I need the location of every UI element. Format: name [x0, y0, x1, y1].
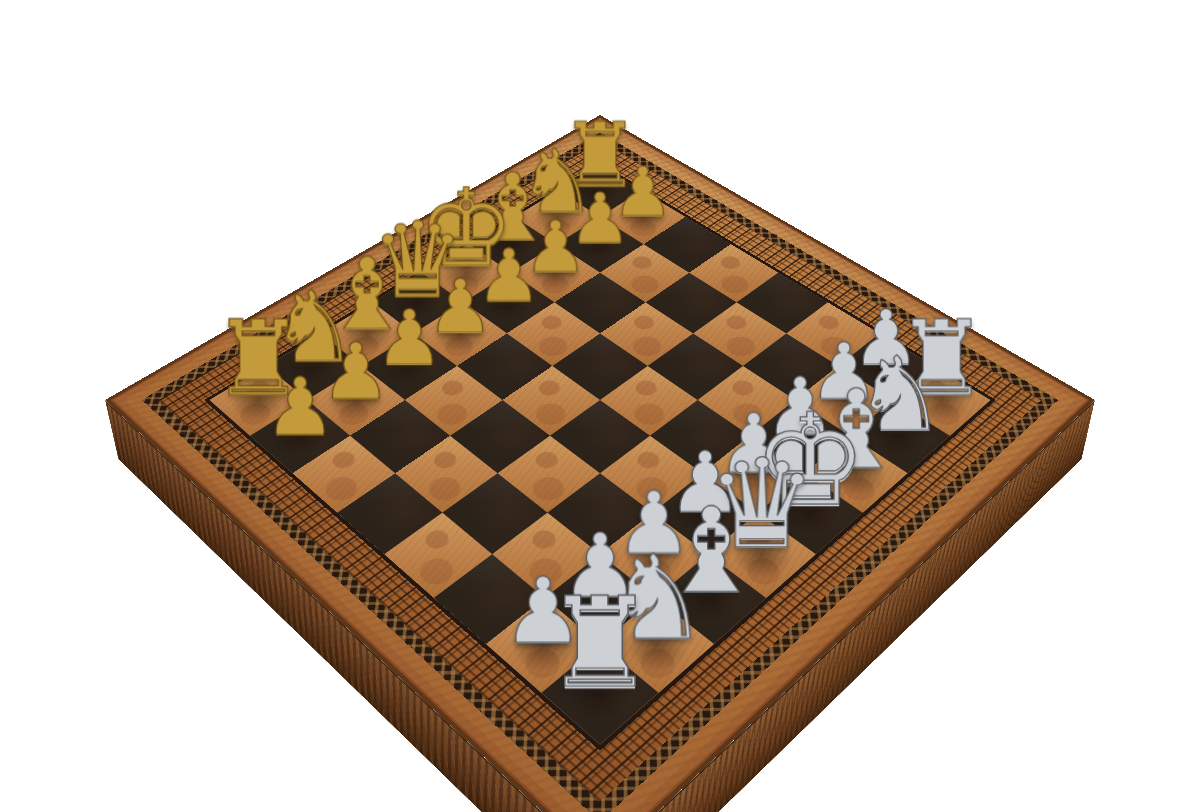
board-leather-rim: ♜♞♝♚♛♝♞♜♟♟♟♟♟♟♟♟♟♟♟♟♟♟♟♟♜♞♝♚♛♝♞♜: [105, 115, 1095, 812]
piece-shadow: [903, 373, 979, 428]
product-photo-scene: ♜♞♝♚♛♝♞♜♟♟♟♟♟♟♟♟♟♟♟♟♟♟♟♟♜♞♝♚♛♝♞♜: [0, 0, 1200, 812]
board-pinstripe-frame: ♜♞♝♚♛♝♞♜♟♟♟♟♟♟♟♟♟♟♟♟♟♟♟♟♜♞♝♚♛♝♞♜: [204, 163, 996, 751]
board-sawtooth-border: ♜♞♝♚♛♝♞♜♟♟♟♟♟♟♟♟♟♟♟♟♟♟♟♟♜♞♝♚♛♝♞♜: [142, 132, 1058, 812]
piece-shadow: [261, 408, 339, 465]
square-a1[interactable]: ♜: [541, 644, 658, 744]
board-ornate-border: ♜♞♝♚♛♝♞♜♟♟♟♟♟♟♟♟♟♟♟♟♟♟♟♟♜♞♝♚♛♝♞♜: [159, 141, 1041, 802]
square-b5[interactable]: [395, 436, 497, 513]
square-e5[interactable]: [552, 333, 647, 400]
chess-board-box: ♜♞♝♚♛♝♞♜♟♟♟♟♟♟♟♟♟♟♟♟♟♟♟♟♜♞♝♚♛♝♞♜: [105, 115, 1095, 812]
piece-shadow: [220, 373, 296, 428]
square-e2[interactable]: ♟: [702, 436, 804, 513]
piece-shadow: [557, 563, 644, 633]
bishop-glyph: ♝: [291, 244, 444, 343]
